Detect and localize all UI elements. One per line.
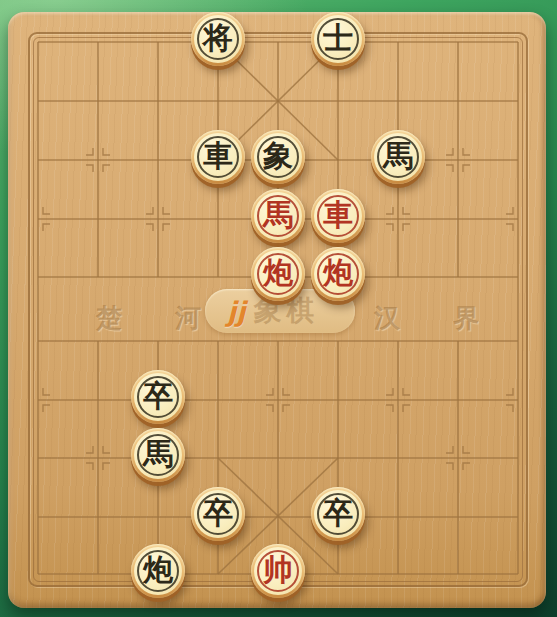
piece-glyph: 炮 bbox=[323, 258, 353, 288]
piece-face: 車 bbox=[194, 133, 242, 181]
piece-glyph: 将 bbox=[203, 23, 233, 53]
xiangqi-board[interactable]: 楚 河 汉 界 jj 象棋 将士車象馬馬車炮炮卒馬卒卒炮帅 bbox=[8, 12, 546, 608]
piece-black-general[interactable]: 将 bbox=[191, 12, 245, 66]
piece-glyph: 象 bbox=[263, 141, 293, 171]
piece-face: 馬 bbox=[254, 192, 302, 240]
piece-glyph: 馬 bbox=[263, 200, 293, 230]
river-label-han-jie: 汉 界 bbox=[374, 301, 501, 331]
piece-glyph: 馬 bbox=[143, 439, 173, 469]
piece-face: 卒 bbox=[314, 490, 362, 538]
piece-face: 卒 bbox=[194, 490, 242, 538]
piece-glyph: 炮 bbox=[143, 555, 173, 585]
piece-red-chariot[interactable]: 車 bbox=[311, 189, 365, 243]
piece-glyph: 卒 bbox=[323, 498, 353, 528]
piece-face: 炮 bbox=[314, 250, 362, 298]
piece-red-cannon[interactable]: 炮 bbox=[251, 247, 305, 301]
piece-face: 車 bbox=[314, 192, 362, 240]
piece-glyph: 炮 bbox=[263, 258, 293, 288]
piece-glyph: 車 bbox=[323, 200, 353, 230]
piece-face: 炮 bbox=[254, 250, 302, 298]
piece-black-chariot[interactable]: 車 bbox=[191, 130, 245, 184]
game-background: 楚 河 汉 界 jj 象棋 将士車象馬馬車炮炮卒馬卒卒炮帅 bbox=[0, 0, 557, 617]
piece-face: 炮 bbox=[134, 547, 182, 595]
piece-black-horse[interactable]: 馬 bbox=[131, 428, 185, 482]
piece-face: 馬 bbox=[374, 133, 422, 181]
river-label-chu-he: 楚 河 bbox=[96, 301, 223, 331]
piece-glyph: 車 bbox=[203, 141, 233, 171]
piece-glyph: 卒 bbox=[203, 498, 233, 528]
piece-black-soldier[interactable]: 卒 bbox=[191, 487, 245, 541]
piece-face: 卒 bbox=[134, 373, 182, 421]
piece-glyph: 帅 bbox=[263, 555, 293, 585]
piece-black-advisor[interactable]: 士 bbox=[311, 12, 365, 66]
piece-face: 帅 bbox=[254, 547, 302, 595]
piece-red-cannon[interactable]: 炮 bbox=[311, 247, 365, 301]
jj-logo-icon: jj bbox=[227, 296, 246, 327]
piece-glyph: 馬 bbox=[383, 141, 413, 171]
piece-glyph: 士 bbox=[323, 23, 353, 53]
piece-red-horse[interactable]: 馬 bbox=[251, 189, 305, 243]
piece-glyph: 卒 bbox=[143, 381, 173, 411]
piece-black-soldier[interactable]: 卒 bbox=[311, 487, 365, 541]
piece-black-cannon[interactable]: 炮 bbox=[131, 544, 185, 598]
piece-black-soldier[interactable]: 卒 bbox=[131, 370, 185, 424]
piece-face: 将 bbox=[194, 15, 242, 63]
piece-face: 馬 bbox=[134, 431, 182, 479]
piece-black-horse[interactable]: 馬 bbox=[371, 130, 425, 184]
piece-black-elephant[interactable]: 象 bbox=[251, 130, 305, 184]
piece-face: 象 bbox=[254, 133, 302, 181]
piece-red-general[interactable]: 帅 bbox=[251, 544, 305, 598]
piece-face: 士 bbox=[314, 15, 362, 63]
